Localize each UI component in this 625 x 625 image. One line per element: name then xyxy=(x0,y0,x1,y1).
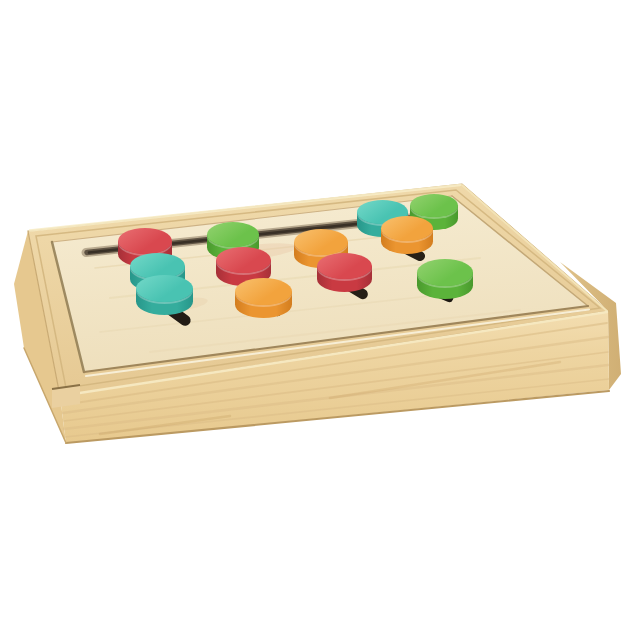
disc-green[interactable] xyxy=(417,259,473,299)
puzzle-box-photo xyxy=(0,0,625,625)
disc-top xyxy=(118,228,172,254)
disc-teal[interactable] xyxy=(136,275,193,315)
disc-top xyxy=(216,247,271,273)
disc-top xyxy=(136,275,193,302)
disc-top xyxy=(317,253,372,279)
disc-red[interactable] xyxy=(317,253,372,292)
disc-orange[interactable] xyxy=(235,278,292,318)
disc-layer xyxy=(0,0,625,625)
disc-top xyxy=(294,229,348,255)
disc-top xyxy=(410,194,458,217)
disc-top xyxy=(381,216,433,241)
disc-top xyxy=(417,259,473,286)
disc-top xyxy=(235,278,292,305)
disc-top xyxy=(207,222,259,247)
disc-orange[interactable] xyxy=(381,216,433,254)
